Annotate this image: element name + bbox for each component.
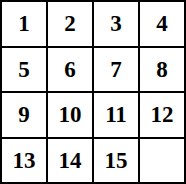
tile-11-label: 11 bbox=[105, 103, 127, 126]
tile-13[interactable]: 13 bbox=[1, 138, 47, 184]
tile-8-label: 8 bbox=[156, 58, 168, 81]
tile-9[interactable]: 9 bbox=[1, 92, 47, 138]
tile-1-label: 1 bbox=[18, 12, 30, 35]
fifteen-puzzle: 1 2 3 4 5 6 7 8 9 10 11 12 13 14 15 bbox=[0, 0, 186, 184]
tile-7-label: 7 bbox=[110, 58, 122, 81]
tile-15[interactable]: 15 bbox=[93, 138, 139, 184]
tile-1[interactable]: 1 bbox=[1, 1, 47, 47]
tile-9-label: 9 bbox=[18, 103, 30, 126]
tile-3[interactable]: 3 bbox=[93, 1, 139, 47]
tile-6[interactable]: 6 bbox=[47, 47, 93, 93]
tile-13-label: 13 bbox=[13, 149, 36, 172]
tile-15-label: 15 bbox=[105, 149, 128, 172]
tile-2[interactable]: 2 bbox=[47, 1, 93, 47]
tile-10[interactable]: 10 bbox=[47, 92, 93, 138]
empty-cell bbox=[139, 138, 185, 184]
tile-6-label: 6 bbox=[64, 58, 76, 81]
tile-8[interactable]: 8 bbox=[139, 47, 185, 93]
tile-12-label: 12 bbox=[151, 103, 174, 126]
tile-4-label: 4 bbox=[156, 12, 168, 35]
puzzle-board: 1 2 3 4 5 6 7 8 9 10 11 12 13 14 15 bbox=[0, 0, 186, 184]
tile-3-label: 3 bbox=[110, 12, 122, 35]
tile-5-label: 5 bbox=[18, 58, 30, 81]
tile-2-label: 2 bbox=[64, 12, 76, 35]
tile-14[interactable]: 14 bbox=[47, 138, 93, 184]
tile-14-label: 14 bbox=[59, 149, 82, 172]
tile-12[interactable]: 12 bbox=[139, 92, 185, 138]
tile-5[interactable]: 5 bbox=[1, 47, 47, 93]
tile-11[interactable]: 11 bbox=[93, 92, 139, 138]
tile-7[interactable]: 7 bbox=[93, 47, 139, 93]
tile-10-label: 10 bbox=[59, 103, 82, 126]
tile-4[interactable]: 4 bbox=[139, 1, 185, 47]
